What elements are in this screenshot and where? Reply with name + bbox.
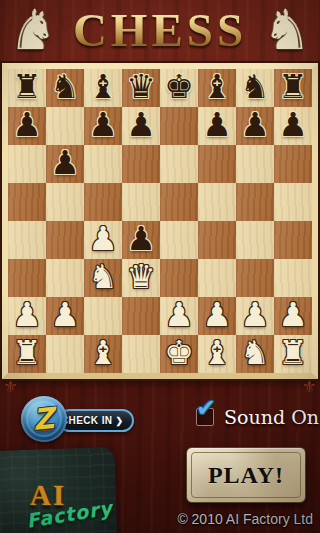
square-g6[interactable] [236, 145, 274, 183]
square-e5[interactable] [160, 183, 198, 221]
square-c6[interactable] [84, 145, 122, 183]
square-c3[interactable]: ♞ [84, 259, 122, 297]
square-g7[interactable]: ♟ [236, 107, 274, 145]
piece-white-king[interactable]: ♚ [164, 334, 194, 372]
square-c5[interactable] [84, 183, 122, 221]
square-f2[interactable]: ♟ [198, 297, 236, 335]
square-g5[interactable] [236, 183, 274, 221]
square-d6[interactable] [122, 145, 160, 183]
piece-white-pawn[interactable]: ♟ [278, 296, 308, 334]
piece-black-pawn[interactable]: ♟ [278, 106, 308, 144]
square-h5[interactable] [274, 183, 312, 221]
square-d5[interactable] [122, 183, 160, 221]
chevron-right-icon: ❯ [115, 416, 123, 426]
square-f4[interactable] [198, 221, 236, 259]
piece-black-bishop[interactable]: ♝ [202, 68, 232, 106]
piece-black-pawn[interactable]: ♟ [88, 106, 118, 144]
square-h6[interactable] [274, 145, 312, 183]
copyright-text: © 2010 AI Factory Ltd [177, 511, 313, 527]
square-f1[interactable]: ♝ [198, 335, 236, 373]
square-h2[interactable]: ♟ [274, 297, 312, 335]
piece-white-bishop[interactable]: ♝ [202, 334, 232, 372]
square-d3[interactable]: ♛ [122, 259, 160, 297]
piece-white-pawn[interactable]: ♟ [12, 296, 42, 334]
play-button-label: PLAY! [208, 462, 284, 489]
piece-white-rook[interactable]: ♜ [12, 334, 42, 372]
piece-black-pawn[interactable]: ♟ [126, 220, 156, 258]
square-a7[interactable]: ♟ [8, 107, 46, 145]
square-g2[interactable]: ♟ [236, 297, 274, 335]
square-e1[interactable]: ♚ [160, 335, 198, 373]
ornament-right-icon: ⚜ [302, 377, 317, 397]
piece-black-king[interactable]: ♚ [164, 68, 194, 106]
square-f8[interactable]: ♝ [198, 69, 236, 107]
square-d7[interactable]: ♟ [122, 107, 160, 145]
square-e2[interactable]: ♟ [160, 297, 198, 335]
square-c1[interactable]: ♝ [84, 335, 122, 373]
piece-white-pawn[interactable]: ♟ [240, 296, 270, 334]
piece-black-pawn[interactable]: ♟ [240, 106, 270, 144]
square-a5[interactable] [8, 183, 46, 221]
square-e7[interactable] [160, 107, 198, 145]
square-e3[interactable] [160, 259, 198, 297]
piece-black-knight[interactable]: ♞ [240, 68, 270, 106]
piece-black-pawn[interactable]: ♟ [12, 106, 42, 144]
square-h8[interactable]: ♜ [274, 69, 312, 107]
sound-label: Sound On [224, 406, 319, 428]
square-a4[interactable] [8, 221, 46, 259]
app-screen: ♞ CHESS ♞ ♜♞♝♛♚♝♞♜♟♟♟♟♟♟♟♟♟♞♛♟♟♟♟♟♟♜♝♚♝♞… [0, 0, 320, 533]
square-b7[interactable] [46, 107, 84, 145]
square-f5[interactable] [198, 183, 236, 221]
knight-right-icon: ♞ [258, 2, 316, 60]
square-b6[interactable]: ♟ [46, 145, 84, 183]
square-e8[interactable]: ♚ [160, 69, 198, 107]
square-b4[interactable] [46, 221, 84, 259]
piece-black-queen[interactable]: ♛ [126, 68, 156, 106]
square-c4[interactable]: ♟ [84, 221, 122, 259]
piece-white-rook[interactable]: ♜ [278, 334, 308, 372]
square-h1[interactable]: ♜ [274, 335, 312, 373]
piece-white-pawn[interactable]: ♟ [88, 220, 118, 258]
zeemote-z-icon: Z [32, 403, 56, 434]
sound-checkbox[interactable] [196, 408, 214, 426]
piece-white-knight[interactable]: ♞ [88, 258, 118, 296]
board-squares: ♜♞♝♛♚♝♞♜♟♟♟♟♟♟♟♟♟♞♛♟♟♟♟♟♟♜♝♚♝♞♜ [8, 69, 312, 373]
piece-white-pawn[interactable]: ♟ [202, 296, 232, 334]
piece-black-rook[interactable]: ♜ [12, 68, 42, 106]
square-a8[interactable]: ♜ [8, 69, 46, 107]
square-d2[interactable] [122, 297, 160, 335]
square-d1[interactable] [122, 335, 160, 373]
square-g4[interactable] [236, 221, 274, 259]
square-b8[interactable]: ♞ [46, 69, 84, 107]
square-c7[interactable]: ♟ [84, 107, 122, 145]
piece-white-knight[interactable]: ♞ [240, 334, 270, 372]
ornament-left-icon: ⚜ [3, 377, 18, 397]
piece-white-bishop[interactable]: ♝ [88, 334, 118, 372]
piece-black-bishop[interactable]: ♝ [88, 68, 118, 106]
square-b1[interactable] [46, 335, 84, 373]
square-d8[interactable]: ♛ [122, 69, 160, 107]
square-c2[interactable] [84, 297, 122, 335]
check-in-label: CHECK IN [61, 415, 113, 426]
square-g1[interactable]: ♞ [236, 335, 274, 373]
square-h3[interactable] [274, 259, 312, 297]
play-button[interactable]: PLAY! [186, 447, 306, 503]
square-a3[interactable] [8, 259, 46, 297]
square-f7[interactable]: ♟ [198, 107, 236, 145]
zeemote-badge[interactable]: Z [21, 396, 67, 442]
piece-white-queen[interactable]: ♛ [126, 258, 156, 296]
square-h4[interactable] [274, 221, 312, 259]
piece-white-pawn[interactable]: ♟ [50, 296, 80, 334]
square-f6[interactable] [198, 145, 236, 183]
check-in-button[interactable]: CHECK IN ❯ [58, 409, 134, 432]
piece-white-pawn[interactable]: ♟ [164, 296, 194, 334]
square-b3[interactable] [46, 259, 84, 297]
square-b2[interactable]: ♟ [46, 297, 84, 335]
square-c8[interactable]: ♝ [84, 69, 122, 107]
piece-black-knight[interactable]: ♞ [50, 68, 80, 106]
square-a1[interactable]: ♜ [8, 335, 46, 373]
square-e6[interactable] [160, 145, 198, 183]
square-d4[interactable]: ♟ [122, 221, 160, 259]
board-frame: ♜♞♝♛♚♝♞♜♟♟♟♟♟♟♟♟♟♞♛♟♟♟♟♟♟♜♝♚♝♞♜ [2, 63, 318, 379]
piece-black-rook[interactable]: ♜ [278, 68, 308, 106]
square-a6[interactable] [8, 145, 46, 183]
square-h7[interactable]: ♟ [274, 107, 312, 145]
square-a2[interactable]: ♟ [8, 297, 46, 335]
piece-black-pawn[interactable]: ♟ [50, 144, 80, 182]
square-f3[interactable] [198, 259, 236, 297]
square-g8[interactable]: ♞ [236, 69, 274, 107]
square-g3[interactable] [236, 259, 274, 297]
piece-black-pawn[interactable]: ♟ [126, 106, 156, 144]
piece-black-pawn[interactable]: ♟ [202, 106, 232, 144]
square-e4[interactable] [160, 221, 198, 259]
square-b5[interactable] [46, 183, 84, 221]
